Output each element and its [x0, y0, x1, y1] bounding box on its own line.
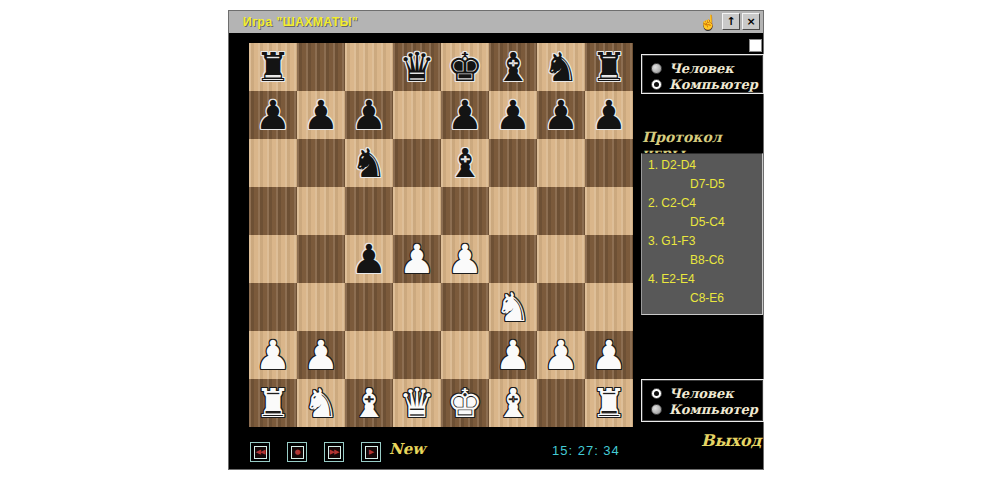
white-rook: ♜: [255, 379, 291, 427]
maximize-button[interactable]: ↑: [722, 13, 740, 30]
square-e2[interactable]: [441, 331, 489, 379]
square-b8[interactable]: [297, 43, 345, 91]
window-title: Игра "ШАХМАТЫ": [243, 15, 358, 29]
black-queen: ♛: [399, 43, 435, 91]
square-b7[interactable]: ♟: [297, 91, 345, 139]
move-entry: 1. D2-D4: [642, 158, 762, 177]
square-f5[interactable]: [489, 187, 537, 235]
square-a7[interactable]: ♟: [249, 91, 297, 139]
move-entry: B8-C6: [642, 253, 762, 272]
clock-display: 15: 27: 34: [552, 443, 620, 458]
square-a2[interactable]: ♟: [249, 331, 297, 379]
square-h1[interactable]: ♜: [585, 379, 633, 427]
radio-label: Человек: [669, 386, 734, 401]
black-king: ♚: [447, 43, 483, 91]
square-b2[interactable]: ♟: [297, 331, 345, 379]
move-entry: D5-C4: [642, 215, 762, 234]
square-b1[interactable]: ♞: [297, 379, 345, 427]
black-player-selector: Человек Компьютер: [641, 54, 764, 94]
radio-label: Компьютер: [669, 77, 758, 92]
square-h7[interactable]: ♟: [585, 91, 633, 139]
square-d7[interactable]: [393, 91, 441, 139]
black-pawn: ♟: [495, 91, 531, 139]
white-pawn: ♟: [591, 331, 627, 379]
square-f3[interactable]: ♞: [489, 283, 537, 331]
chess-app-window: Игра "ШАХМАТЫ" ☝ ↑ × ♜♛♚♝♞♜♟♟♟♟♟♟♟♞♝♟♟♟♞…: [228, 10, 764, 470]
corner-box[interactable]: [749, 39, 762, 52]
black-knight: ♞: [351, 139, 387, 187]
black-pawn: ♟: [591, 91, 627, 139]
square-f7[interactable]: ♟: [489, 91, 537, 139]
white-pawn: ♟: [447, 235, 483, 283]
square-b3[interactable]: [297, 283, 345, 331]
record-button-icon: ●: [291, 446, 304, 459]
square-f1[interactable]: ♝: [489, 379, 537, 427]
square-c6[interactable]: ♞: [345, 139, 393, 187]
radio-label: Человек: [669, 61, 734, 76]
fast-forward-button-icon: ▶▶: [328, 446, 341, 459]
white-rook: ♜: [591, 379, 627, 427]
square-a5[interactable]: [249, 187, 297, 235]
move-entry: D7-D5: [642, 177, 762, 196]
black-pawn: ♟: [543, 91, 579, 139]
square-d8[interactable]: ♛: [393, 43, 441, 91]
move-entry: 4. E2-E4: [642, 272, 762, 291]
square-e7[interactable]: ♟: [441, 91, 489, 139]
square-f8[interactable]: ♝: [489, 43, 537, 91]
black-pawn: ♟: [447, 91, 483, 139]
square-d1[interactable]: ♛: [393, 379, 441, 427]
square-h4[interactable]: [585, 235, 633, 283]
square-h2[interactable]: ♟: [585, 331, 633, 379]
white-knight: ♞: [303, 379, 339, 427]
black-knight: ♞: [543, 43, 579, 91]
square-h8[interactable]: ♜: [585, 43, 633, 91]
square-e4[interactable]: ♟: [441, 235, 489, 283]
white-knight: ♞: [495, 283, 531, 331]
square-g3[interactable]: [537, 283, 585, 331]
square-c5[interactable]: [345, 187, 393, 235]
square-g5[interactable]: [537, 187, 585, 235]
white-queen: ♛: [399, 379, 435, 427]
square-g2[interactable]: ♟: [537, 331, 585, 379]
square-e8[interactable]: ♚: [441, 43, 489, 91]
fast-forward-button[interactable]: ▶▶: [324, 442, 344, 462]
white-pawn: ♟: [543, 331, 579, 379]
square-a3[interactable]: [249, 283, 297, 331]
radio-button[interactable]: [651, 404, 662, 415]
square-g1[interactable]: [537, 379, 585, 427]
square-a1[interactable]: ♜: [249, 379, 297, 427]
rewind-button[interactable]: ◀◀: [250, 442, 270, 462]
square-g7[interactable]: ♟: [537, 91, 585, 139]
radio-computer-bottom[interactable]: Компьютер: [651, 401, 763, 417]
white-pawn: ♟: [303, 331, 339, 379]
square-a6[interactable]: [249, 139, 297, 187]
move-entry: 2. C2-C4: [642, 196, 762, 215]
play-button[interactable]: ▶: [361, 442, 381, 462]
new-game-button[interactable]: New: [389, 440, 425, 458]
move-entry: C8-E6: [642, 291, 762, 310]
square-d4[interactable]: ♟: [393, 235, 441, 283]
square-e1[interactable]: ♚: [441, 379, 489, 427]
square-c4[interactable]: ♟: [345, 235, 393, 283]
exit-button[interactable]: Выход: [701, 431, 761, 450]
black-pawn: ♟: [351, 235, 387, 283]
square-h3[interactable]: [585, 283, 633, 331]
square-g6[interactable]: [537, 139, 585, 187]
black-bishop: ♝: [495, 43, 531, 91]
square-f4[interactable]: [489, 235, 537, 283]
close-button[interactable]: ×: [742, 13, 760, 30]
white-pawn: ♟: [255, 331, 291, 379]
title-bar[interactable]: Игра "ШАХМАТЫ" ☝ ↑ ×: [229, 11, 763, 34]
square-d3[interactable]: [393, 283, 441, 331]
radio-button[interactable]: [651, 63, 662, 74]
square-b4[interactable]: [297, 235, 345, 283]
square-c1[interactable]: ♝: [345, 379, 393, 427]
white-bishop: ♝: [495, 379, 531, 427]
square-c3[interactable]: [345, 283, 393, 331]
client-area: ♜♛♚♝♞♜♟♟♟♟♟♟♟♞♝♟♟♟♞♟♟♟♟♟♜♞♝♛♚♝♜ Человек …: [229, 33, 763, 469]
square-h6[interactable]: [585, 139, 633, 187]
record-button[interactable]: ●: [287, 442, 307, 462]
move-entry: 3. G1-F3: [642, 234, 762, 253]
square-b5[interactable]: [297, 187, 345, 235]
black-pawn: ♟: [303, 91, 339, 139]
hand-pointer-icon[interactable]: ☝: [700, 13, 717, 31]
square-e3[interactable]: [441, 283, 489, 331]
white-king: ♚: [447, 379, 483, 427]
square-c2[interactable]: [345, 331, 393, 379]
black-rook: ♜: [591, 43, 627, 91]
square-g4[interactable]: [537, 235, 585, 283]
square-a4[interactable]: [249, 235, 297, 283]
square-b6[interactable]: [297, 139, 345, 187]
black-rook: ♜: [255, 43, 291, 91]
square-h5[interactable]: [585, 187, 633, 235]
square-e5[interactable]: [441, 187, 489, 235]
square-d2[interactable]: [393, 331, 441, 379]
radio-computer-top[interactable]: Компьютер: [651, 76, 763, 92]
square-g8[interactable]: ♞: [537, 43, 585, 91]
black-pawn: ♟: [255, 91, 291, 139]
radio-human-bottom[interactable]: Человек: [651, 385, 763, 401]
square-c7[interactable]: ♟: [345, 91, 393, 139]
white-bishop: ♝: [351, 379, 387, 427]
square-d6[interactable]: [393, 139, 441, 187]
radio-human-top[interactable]: Человек: [651, 60, 763, 76]
radio-label: Компьютер: [669, 402, 758, 417]
radio-button[interactable]: [651, 79, 662, 90]
square-c8[interactable]: [345, 43, 393, 91]
rewind-button-icon: ◀◀: [254, 446, 267, 459]
chess-board: ♜♛♚♝♞♜♟♟♟♟♟♟♟♞♝♟♟♟♞♟♟♟♟♟♜♞♝♛♚♝♜: [249, 43, 633, 427]
black-bishop: ♝: [447, 139, 483, 187]
white-pawn: ♟: [399, 235, 435, 283]
square-f6[interactable]: [489, 139, 537, 187]
move-list[interactable]: 1. D2-D4D7-D52. C2-C4D5-C43. G1-F3B8-C64…: [641, 153, 763, 315]
radio-button[interactable]: [651, 388, 662, 399]
black-pawn: ♟: [351, 91, 387, 139]
square-f2[interactable]: ♟: [489, 331, 537, 379]
square-d5[interactable]: [393, 187, 441, 235]
play-button-icon: ▶: [365, 446, 378, 459]
white-pawn: ♟: [495, 331, 531, 379]
square-e6[interactable]: ♝: [441, 139, 489, 187]
white-player-selector: Человек Компьютер: [641, 379, 764, 422]
square-a8[interactable]: ♜: [249, 43, 297, 91]
